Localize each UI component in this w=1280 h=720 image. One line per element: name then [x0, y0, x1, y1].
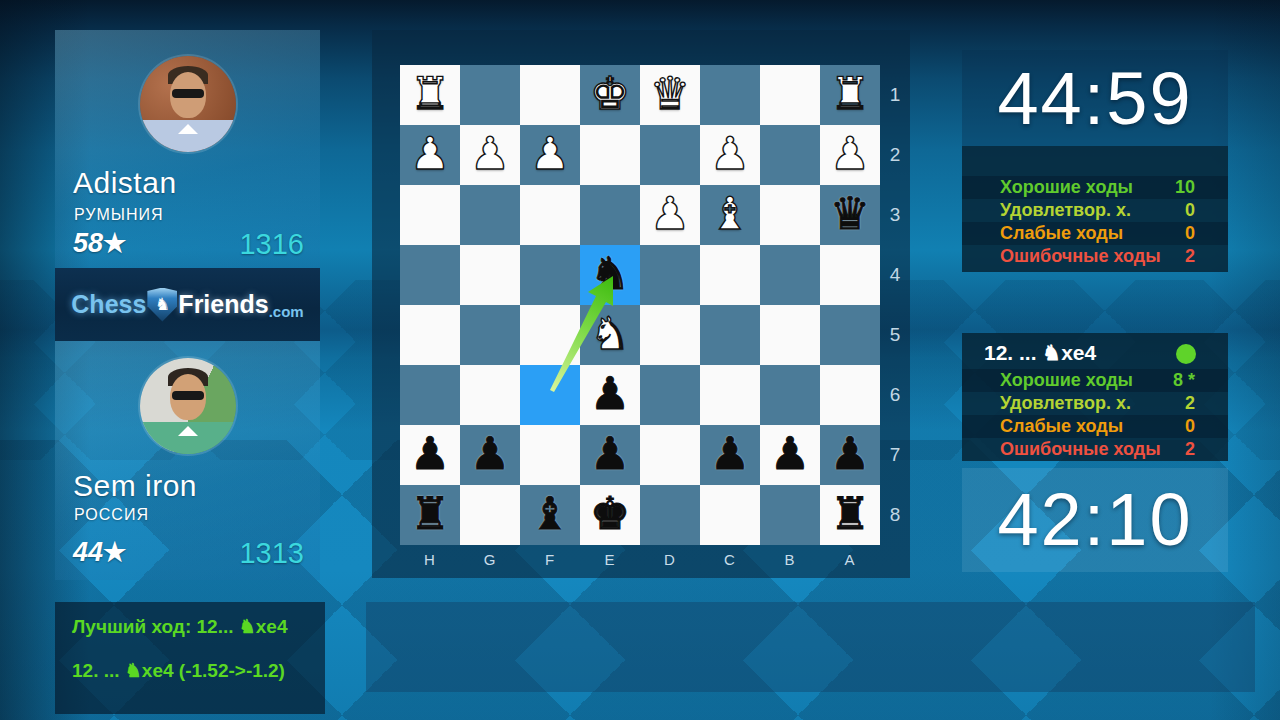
square-e5[interactable]: ♞	[580, 305, 640, 365]
square-h8[interactable]: ♜	[400, 485, 460, 545]
black-pawn: ♟	[700, 425, 760, 483]
stat-row: Слабые ходы0	[962, 415, 1228, 438]
square-c3[interactable]: ♝	[700, 185, 760, 245]
stat-value: 8 *	[1173, 369, 1195, 392]
sunglasses	[172, 391, 204, 400]
white-pawn: ♟	[460, 125, 520, 183]
logo-text-com: .com	[269, 303, 304, 320]
rank-labels: 12345678	[880, 65, 910, 545]
stat-value: 10	[1175, 176, 1195, 199]
avatar-top-player	[140, 56, 236, 152]
square-b3[interactable]	[760, 185, 820, 245]
clock-bottom: 42:10	[962, 468, 1228, 572]
white-pawn: ♟	[520, 125, 580, 183]
square-b8[interactable]	[760, 485, 820, 545]
square-f6[interactable]	[520, 365, 580, 425]
square-a7[interactable]: ♟	[820, 425, 880, 485]
square-b7[interactable]: ♟	[760, 425, 820, 485]
rank-label: 4	[880, 245, 910, 305]
stat-row: Хорошие ходы8 *	[962, 369, 1228, 392]
square-c8[interactable]	[700, 485, 760, 545]
square-f3[interactable]	[520, 185, 580, 245]
square-h2[interactable]: ♟	[400, 125, 460, 185]
player-rating-bottom: 1313	[239, 537, 304, 570]
stat-row: Слабые ходы0	[962, 222, 1228, 245]
file-label: C	[700, 545, 760, 575]
white-rook: ♜	[820, 65, 880, 123]
square-d8[interactable]	[640, 485, 700, 545]
clock-bottom-time: 42:10	[962, 468, 1228, 572]
clock-top: 44:59	[962, 50, 1228, 146]
logo-bar: Chess ♞ Friends .com	[55, 268, 320, 341]
black-pawn: ♟	[760, 425, 820, 483]
player-country-bottom: РОССИЯ	[74, 506, 149, 524]
square-g4[interactable]	[460, 245, 520, 305]
star-icon: ★	[103, 228, 126, 258]
square-f5[interactable]	[520, 305, 580, 365]
player-rating-top: 1316	[239, 228, 304, 261]
square-h1[interactable]: ♜	[400, 65, 460, 125]
star-icon: ★	[103, 537, 126, 567]
square-f1[interactable]	[520, 65, 580, 125]
square-g8[interactable]	[460, 485, 520, 545]
square-a1[interactable]: ♜	[820, 65, 880, 125]
square-a3[interactable]: ♛	[820, 185, 880, 245]
stat-label: Хорошие ходы	[1000, 369, 1133, 392]
current-move-title: 12. ... ♞xe4	[984, 341, 1096, 365]
stat-label: Ошибочные ходы	[1000, 245, 1161, 268]
square-a6[interactable]	[820, 365, 880, 425]
square-e1[interactable]: ♚	[580, 65, 640, 125]
white-queen: ♛	[640, 65, 700, 123]
stat-label: Удовлетвор. х.	[1000, 392, 1131, 415]
square-e3[interactable]	[580, 185, 640, 245]
square-e6[interactable]: ♟	[580, 365, 640, 425]
player-card-top: Adistan РУМЫНИЯ 58★ 1316	[55, 30, 320, 268]
square-e4[interactable]: ♞	[580, 245, 640, 305]
stat-label: Слабые ходы	[1000, 415, 1123, 438]
white-pawn: ♟	[700, 125, 760, 183]
rank-label: 2	[880, 125, 910, 185]
square-b4[interactable]	[760, 245, 820, 305]
chess4friends-logo: Chess ♞ Friends .com	[71, 288, 303, 322]
white-pawn: ♟	[400, 125, 460, 183]
square-e2[interactable]	[580, 125, 640, 185]
square-c6[interactable]	[700, 365, 760, 425]
stat-value: 2	[1185, 438, 1195, 461]
square-d5[interactable]	[640, 305, 700, 365]
white-king: ♚	[580, 65, 640, 123]
file-label: H	[400, 545, 460, 575]
square-h6[interactable]	[400, 365, 460, 425]
square-f4[interactable]	[520, 245, 580, 305]
square-e7[interactable]: ♟	[580, 425, 640, 485]
square-g5[interactable]	[460, 305, 520, 365]
rank-label: 3	[880, 185, 910, 245]
player-stars-top: 58★	[73, 228, 126, 258]
file-label: F	[520, 545, 580, 575]
square-h3[interactable]	[400, 185, 460, 245]
square-g3[interactable]	[460, 185, 520, 245]
file-label: E	[580, 545, 640, 575]
white-pawn: ♟	[820, 125, 880, 183]
stat-label: Хорошие ходы	[1000, 176, 1133, 199]
stat-row: Удовлетвор. х.0	[962, 199, 1228, 222]
best-move-line2: 12. ... ♞xe4 (-1.52->-1.2)	[72, 659, 285, 682]
black-king: ♚	[580, 485, 640, 543]
logo-text-chess: Chess	[71, 290, 146, 319]
square-d2[interactable]	[640, 125, 700, 185]
black-rook: ♜	[400, 485, 460, 543]
square-h7[interactable]: ♟	[400, 425, 460, 485]
best-move-line1: Лучший ход: 12... ♞xe4	[72, 615, 288, 638]
square-c2[interactable]: ♟	[700, 125, 760, 185]
square-h5[interactable]	[400, 305, 460, 365]
file-label: A	[820, 545, 880, 575]
stat-row: Ошибочные ходы2	[962, 438, 1228, 461]
black-queen: ♛	[820, 185, 880, 243]
white-knight: ♞	[580, 305, 640, 363]
stat-value: 0	[1185, 199, 1195, 222]
square-c1[interactable]	[700, 65, 760, 125]
black-rook: ♜	[820, 485, 880, 543]
square-h4[interactable]	[400, 245, 460, 305]
stat-row: Ошибочные ходы2	[962, 245, 1228, 268]
white-pawn: ♟	[640, 185, 700, 243]
square-a8[interactable]: ♜	[820, 485, 880, 545]
square-d7[interactable]	[640, 425, 700, 485]
board-grid: ♜♚♛♜♟♟♟♟♟♟♝♛♞♞♟♟♟♟♟♟♟♜♝♚♜	[400, 65, 880, 545]
square-f8[interactable]: ♝	[520, 485, 580, 545]
square-b1[interactable]	[760, 65, 820, 125]
square-b6[interactable]	[760, 365, 820, 425]
player-name-bottom: Sem iron	[73, 469, 197, 503]
square-a2[interactable]: ♟	[820, 125, 880, 185]
black-bishop: ♝	[520, 485, 580, 543]
square-g7[interactable]: ♟	[460, 425, 520, 485]
square-b5[interactable]	[760, 305, 820, 365]
square-a4[interactable]	[820, 245, 880, 305]
player-name-top: Adistan	[73, 166, 177, 200]
file-labels: HGFEDCBA	[400, 545, 880, 575]
square-g2[interactable]: ♟	[460, 125, 520, 185]
shield-icon: ♞	[147, 288, 177, 322]
player-stars-bottom: 44★	[73, 537, 126, 567]
player-card-bottom: Sem iron РОССИЯ 44★ 1313	[55, 341, 320, 580]
clock-top-time: 44:59	[962, 50, 1228, 148]
file-label: G	[460, 545, 520, 575]
square-d1[interactable]: ♛	[640, 65, 700, 125]
knight-icon: ♞	[155, 296, 170, 313]
rank-label: 1	[880, 65, 910, 125]
stats-panel-overall: Хорошие ходы10Удовлетвор. х.0Слабые ходы…	[962, 146, 1228, 272]
stat-value: 2	[1185, 392, 1195, 415]
square-b2[interactable]	[760, 125, 820, 185]
rank-label: 8	[880, 485, 910, 545]
square-c4[interactable]	[700, 245, 760, 305]
white-bishop: ♝	[700, 185, 760, 243]
black-pawn: ♟	[580, 425, 640, 483]
rank-label: 6	[880, 365, 910, 425]
rank-label: 7	[880, 425, 910, 485]
board-panel: ♜♚♛♜♟♟♟♟♟♟♝♛♞♞♟♟♟♟♟♟♟♜♝♚♜ 12345678 HGFED…	[372, 30, 910, 578]
logo-text-friends: Friends	[178, 290, 268, 319]
stat-value: 0	[1185, 222, 1195, 245]
avatar-bottom-player	[140, 358, 236, 454]
square-c5[interactable]	[700, 305, 760, 365]
stat-label: Удовлетвор. х.	[1000, 199, 1131, 222]
bottom-bar	[366, 602, 1255, 692]
app-background: Adistan РУМЫНИЯ 58★ 1316 Chess ♞ Friends…	[0, 0, 1280, 720]
black-knight: ♞	[580, 245, 640, 303]
square-a5[interactable]	[820, 305, 880, 365]
square-g1[interactable]	[460, 65, 520, 125]
stat-label: Слабые ходы	[1000, 222, 1123, 245]
file-label: B	[760, 545, 820, 575]
square-d4[interactable]	[640, 245, 700, 305]
stat-label: Ошибочные ходы	[1000, 438, 1161, 461]
black-pawn: ♟	[580, 365, 640, 423]
square-c7[interactable]: ♟	[700, 425, 760, 485]
stat-row: Удовлетвор. х.2	[962, 392, 1228, 415]
file-label: D	[640, 545, 700, 575]
square-e8[interactable]: ♚	[580, 485, 640, 545]
sunglasses	[172, 89, 204, 98]
black-pawn: ♟	[820, 425, 880, 483]
rank-label: 5	[880, 305, 910, 365]
black-pawn: ♟	[460, 425, 520, 483]
square-d3[interactable]: ♟	[640, 185, 700, 245]
square-d6[interactable]	[640, 365, 700, 425]
square-f2[interactable]: ♟	[520, 125, 580, 185]
stats-panel-current-move: 12. ... ♞xe4 Хорошие ходы8 *Удовлетвор. …	[962, 333, 1228, 461]
player-country-top: РУМЫНИЯ	[74, 206, 164, 224]
stat-row: Хорошие ходы10	[962, 176, 1228, 199]
square-g6[interactable]	[460, 365, 520, 425]
square-f7[interactable]	[520, 425, 580, 485]
stat-value: 0	[1185, 415, 1195, 438]
move-status-dot	[1176, 344, 1196, 364]
best-move-panel: Лучший ход: 12... ♞xe4 12. ... ♞xe4 (-1.…	[55, 602, 325, 714]
stat-value: 2	[1185, 245, 1195, 268]
black-pawn: ♟	[400, 425, 460, 483]
white-rook: ♜	[400, 65, 460, 123]
